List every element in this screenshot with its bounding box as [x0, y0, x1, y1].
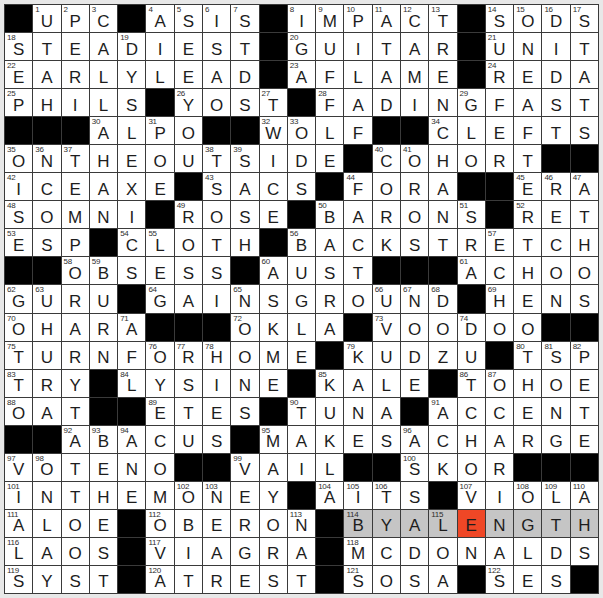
grid-cell[interactable]: 50B — [316, 201, 343, 228]
grid-cell[interactable]: D — [373, 89, 400, 116]
grid-cell[interactable]: I — [401, 89, 428, 116]
grid-cell[interactable]: F — [486, 89, 513, 116]
grid-cell[interactable]: K — [260, 314, 287, 341]
grid-cell[interactable]: A — [344, 89, 371, 116]
grid-cell[interactable]: 8I — [288, 5, 315, 32]
grid-cell[interactable]: U — [288, 257, 315, 284]
grid-cell[interactable]: M — [401, 61, 428, 88]
grid-cell[interactable]: O — [231, 342, 258, 369]
grid-cell[interactable]: E — [62, 33, 89, 60]
grid-cell[interactable]: D — [542, 538, 569, 565]
grid-cell[interactable]: E — [316, 145, 343, 172]
grid-cell[interactable]: 75T — [5, 342, 32, 369]
grid-cell[interactable]: S — [542, 566, 569, 593]
grid-cell[interactable]: 27T — [260, 89, 287, 116]
grid-cell[interactable]: M — [146, 482, 173, 509]
grid-cell[interactable]: S — [401, 482, 428, 509]
grid-cell[interactable]: T — [571, 398, 598, 425]
grid-cell[interactable]: Y — [260, 482, 287, 509]
grid-cell[interactable]: E — [90, 454, 117, 481]
grid-cell[interactable]: T — [571, 201, 598, 228]
grid-cell[interactable]: 61A — [458, 257, 485, 284]
grid-cell[interactable]: T — [90, 566, 117, 593]
grid-cell[interactable]: A — [33, 398, 60, 425]
grid-cell[interactable]: 58O — [62, 257, 89, 284]
grid-cell[interactable]: 70O — [5, 314, 32, 341]
grid-cell[interactable]: 28F — [316, 89, 343, 116]
grid-cell[interactable]: C — [429, 426, 456, 453]
grid-cell[interactable]: 104A — [316, 482, 343, 509]
grid-cell[interactable]: O — [401, 314, 428, 341]
grid-cell[interactable]: F — [118, 342, 145, 369]
grid-cell[interactable]: A — [344, 370, 371, 397]
grid-cell[interactable]: E — [175, 33, 202, 60]
grid-cell[interactable]: 53E — [5, 229, 32, 256]
grid-cell[interactable]: Y — [62, 370, 89, 397]
grid-cell[interactable]: S — [118, 257, 145, 284]
grid-cell[interactable]: 88O — [5, 398, 32, 425]
grid-cell[interactable]: A — [486, 538, 513, 565]
grid-cell[interactable]: 42I — [5, 173, 32, 200]
grid-cell[interactable]: S — [175, 257, 202, 284]
grid-cell[interactable]: 106T — [373, 482, 400, 509]
grid-cell[interactable]: L — [146, 61, 173, 88]
grid-cell[interactable]: I — [288, 454, 315, 481]
grid-cell[interactable]: L — [288, 314, 315, 341]
grid-cell[interactable]: H — [514, 370, 541, 397]
grid-cell[interactable]: E — [203, 510, 230, 537]
grid-cell[interactable]: S — [401, 229, 428, 256]
grid-cell[interactable]: A — [203, 61, 230, 88]
grid-cell[interactable]: A — [373, 61, 400, 88]
grid-cell[interactable]: I — [486, 482, 513, 509]
grid-cell[interactable]: 35O — [5, 145, 32, 172]
grid-cell[interactable]: 68D — [429, 285, 456, 312]
grid-cell[interactable]: L — [90, 89, 117, 116]
grid-cell[interactable]: 99V — [231, 454, 258, 481]
grid-cell[interactable]: 73V — [373, 314, 400, 341]
grid-cell[interactable]: 95M — [260, 426, 287, 453]
grid-cell[interactable]: S — [203, 33, 230, 60]
grid-cell[interactable]: 94A — [118, 426, 145, 453]
grid-cell[interactable]: E — [146, 257, 173, 284]
grid-cell[interactable]: N — [542, 398, 569, 425]
grid-cell[interactable]: 16D — [542, 5, 569, 32]
grid-cell[interactable]: T — [175, 398, 202, 425]
grid-cell[interactable]: O — [344, 285, 371, 312]
grid-cell[interactable]: Y — [118, 61, 145, 88]
grid-cell[interactable]: Z — [429, 342, 456, 369]
grid-cell[interactable]: A — [429, 566, 456, 593]
grid-cell[interactable]: 15O — [514, 5, 541, 32]
grid-cell[interactable]: N — [231, 370, 258, 397]
grid-cell[interactable]: 5S — [175, 5, 202, 32]
grid-cell[interactable]: S — [316, 257, 343, 284]
grid-cell[interactable]: A — [316, 314, 343, 341]
grid-cell[interactable]: 6I — [203, 5, 230, 32]
grid-cell[interactable]: U — [175, 426, 202, 453]
grid-cell[interactable]: G — [514, 510, 541, 537]
grid-cell[interactable]: E — [486, 117, 513, 144]
grid-cell[interactable]: S — [401, 566, 428, 593]
grid-cell[interactable]: 14S — [486, 5, 513, 32]
grid-cell[interactable]: 57E — [486, 229, 513, 256]
grid-cell[interactable]: N — [33, 482, 60, 509]
grid-cell[interactable]: T — [344, 257, 371, 284]
grid-cell[interactable]: R — [62, 61, 89, 88]
grid-cell[interactable]: 80T — [514, 342, 541, 369]
grid-cell[interactable]: F — [514, 117, 541, 144]
grid-cell[interactable]: 71A — [118, 314, 145, 341]
grid-cell[interactable]: R — [62, 285, 89, 312]
grid-cell[interactable]: E — [344, 426, 371, 453]
grid-cell[interactable]: O — [62, 538, 89, 565]
grid-cell[interactable]: E — [118, 482, 145, 509]
grid-cell[interactable]: 26Y — [175, 89, 202, 116]
grid-cell[interactable]: 107V — [458, 482, 485, 509]
grid-cell[interactable]: 10P — [344, 5, 371, 32]
grid-cell[interactable]: I — [118, 201, 145, 228]
grid-cell[interactable]: O — [373, 173, 400, 200]
grid-cell[interactable]: 82P — [571, 342, 598, 369]
grid-cell[interactable]: E — [401, 370, 428, 397]
grid-cell[interactable]: T — [429, 229, 456, 256]
grid-cell[interactable]: S — [33, 229, 60, 256]
grid-cell[interactable]: 45E — [514, 173, 541, 200]
grid-cell[interactable]: K — [316, 426, 343, 453]
grid-cell[interactable]: 55L — [146, 229, 173, 256]
grid-cell[interactable]: R — [486, 145, 513, 172]
grid-cell[interactable]: D — [231, 61, 258, 88]
grid-cell[interactable]: A — [33, 61, 60, 88]
grid-cell[interactable]: E — [203, 398, 230, 425]
grid-cell[interactable]: 74D — [458, 314, 485, 341]
grid-cell[interactable]: S — [231, 89, 258, 116]
grid-cell[interactable]: 29G — [458, 89, 485, 116]
grid-cell[interactable]: E — [231, 482, 258, 509]
grid-cell[interactable]: 44F — [344, 173, 371, 200]
grid-cell[interactable]: A — [316, 229, 343, 256]
grid-cell[interactable]: O — [514, 314, 541, 341]
grid-cell[interactable]: 7S — [231, 5, 258, 32]
grid-cell[interactable]: 100S — [401, 454, 428, 481]
grid-cell[interactable]: 111A — [5, 510, 32, 537]
grid-cell[interactable]: R — [429, 33, 456, 60]
grid-cell[interactable]: T — [175, 566, 202, 593]
grid-cell[interactable]: E — [231, 566, 258, 593]
grid-cell[interactable]: 47A — [571, 173, 598, 200]
grid-cell[interactable]: L — [316, 117, 343, 144]
grid-cell[interactable]: T — [33, 33, 60, 60]
grid-cell[interactable]: N — [90, 201, 117, 228]
grid-cell[interactable]: E — [118, 145, 145, 172]
grid-cell[interactable]: S — [90, 538, 117, 565]
grid-cell[interactable]: T — [542, 117, 569, 144]
grid-cell[interactable]: 2P — [62, 5, 89, 32]
grid-cell[interactable]: R — [373, 201, 400, 228]
grid-cell[interactable]: S — [203, 426, 230, 453]
grid-cell[interactable]: O — [429, 314, 456, 341]
grid-cell[interactable]: D — [401, 342, 428, 369]
grid-cell[interactable]: N — [514, 33, 541, 60]
grid-cell[interactable]: 108O — [514, 482, 541, 509]
grid-cell[interactable]: 4A — [146, 5, 173, 32]
grid-cell[interactable]: 93B — [90, 426, 117, 453]
grid-cell[interactable]: 21U — [486, 33, 513, 60]
grid-cell[interactable]: O — [401, 201, 428, 228]
grid-cell[interactable]: O — [203, 89, 230, 116]
grid-cell[interactable]: E — [514, 566, 541, 593]
grid-cell[interactable]: 19D — [118, 33, 145, 60]
grid-cell[interactable]: 46R — [542, 173, 569, 200]
grid-cell[interactable]: O — [542, 370, 569, 397]
grid-cell[interactable]: 65N — [231, 285, 258, 312]
grid-cell[interactable]: T — [542, 510, 569, 537]
grid-cell[interactable]: A — [373, 398, 400, 425]
grid-cell[interactable]: H — [90, 145, 117, 172]
grid-cell[interactable]: H — [571, 510, 598, 537]
grid-cell[interactable]: R — [231, 510, 258, 537]
grid-cell[interactable]: A — [90, 33, 117, 60]
grid-cell[interactable]: 59B — [90, 257, 117, 284]
grid-cell[interactable]: P — [62, 229, 89, 256]
grid-cell[interactable]: T — [514, 229, 541, 256]
grid-cell[interactable]: S — [571, 538, 598, 565]
grid-cell[interactable]: H — [231, 229, 258, 256]
grid-cell[interactable]: I — [146, 33, 173, 60]
grid-cell[interactable]: R — [486, 454, 513, 481]
grid-cell[interactable]: 39S — [231, 145, 258, 172]
grid-cell[interactable]: I — [203, 285, 230, 312]
grid-cell[interactable]: D — [542, 61, 569, 88]
grid-cell[interactable]: O — [33, 201, 60, 228]
grid-cell[interactable]: S — [373, 426, 400, 453]
grid-cell[interactable]: 91A — [429, 398, 456, 425]
grid-cell[interactable]: T — [62, 482, 89, 509]
grid-cell[interactable]: 69H — [486, 285, 513, 312]
grid-cell[interactable]: B — [175, 510, 202, 537]
grid-cell[interactable]: C — [542, 229, 569, 256]
grid-cell[interactable]: E — [514, 398, 541, 425]
grid-cell[interactable]: T — [62, 454, 89, 481]
grid-cell[interactable]: 30A — [90, 117, 117, 144]
grid-cell[interactable]: 67N — [401, 285, 428, 312]
grid-cell[interactable]: 109L — [542, 482, 569, 509]
grid-cell[interactable]: A — [231, 173, 258, 200]
grid-cell[interactable]: N — [486, 510, 513, 537]
grid-cell[interactable]: 101I — [5, 482, 32, 509]
grid-cell[interactable]: I — [344, 33, 371, 60]
grid-cell[interactable]: H — [90, 482, 117, 509]
grid-cell[interactable]: F — [344, 117, 371, 144]
highlighted-cell[interactable]: E — [458, 510, 485, 537]
grid-cell[interactable]: 64G — [146, 285, 173, 312]
grid-cell[interactable]: M — [62, 201, 89, 228]
grid-cell[interactable]: S — [62, 566, 89, 593]
grid-cell[interactable]: L — [344, 61, 371, 88]
grid-cell[interactable]: O — [429, 538, 456, 565]
grid-cell[interactable]: 48S — [5, 201, 32, 228]
grid-cell[interactable]: 120A — [146, 566, 173, 593]
grid-cell[interactable]: R — [514, 426, 541, 453]
grid-cell[interactable]: 3C — [90, 5, 117, 32]
grid-cell[interactable]: 62G — [5, 285, 32, 312]
grid-cell[interactable]: N — [118, 454, 145, 481]
grid-cell[interactable]: U — [316, 398, 343, 425]
grid-cell[interactable]: A — [288, 426, 315, 453]
grid-cell[interactable]: U — [458, 342, 485, 369]
grid-cell[interactable]: 60A — [260, 257, 287, 284]
grid-cell[interactable]: I — [542, 33, 569, 60]
grid-cell[interactable]: 92A — [62, 426, 89, 453]
grid-cell[interactable]: 49R — [175, 201, 202, 228]
grid-cell[interactable]: H — [514, 257, 541, 284]
grid-cell[interactable]: E — [542, 201, 569, 228]
grid-cell[interactable]: S — [571, 285, 598, 312]
grid-cell[interactable]: A — [401, 33, 428, 60]
grid-cell[interactable]: O — [373, 566, 400, 593]
grid-cell[interactable]: I — [175, 538, 202, 565]
grid-cell[interactable]: C — [373, 538, 400, 565]
grid-cell[interactable]: R — [62, 342, 89, 369]
grid-cell[interactable]: C — [458, 398, 485, 425]
grid-cell[interactable]: C — [146, 426, 173, 453]
grid-cell[interactable]: 76O — [146, 342, 173, 369]
grid-cell[interactable]: E — [514, 61, 541, 88]
grid-cell[interactable]: U — [175, 145, 202, 172]
grid-cell[interactable]: 24R — [486, 61, 513, 88]
grid-cell[interactable]: 117V — [146, 538, 173, 565]
grid-cell[interactable]: 110A — [571, 482, 598, 509]
grid-cell[interactable]: 32W — [260, 117, 287, 144]
grid-cell[interactable]: 56B — [288, 229, 315, 256]
grid-cell[interactable]: 112O — [146, 510, 173, 537]
grid-cell[interactable]: T — [288, 566, 315, 593]
grid-cell[interactable]: A — [203, 538, 230, 565]
grid-cell[interactable]: T — [231, 33, 258, 60]
grid-cell[interactable]: 37T — [62, 145, 89, 172]
grid-cell[interactable]: 17S — [571, 5, 598, 32]
grid-cell[interactable]: 38T — [203, 145, 230, 172]
grid-cell[interactable]: 72O — [231, 314, 258, 341]
grid-cell[interactable]: A — [62, 314, 89, 341]
grid-cell[interactable]: E — [260, 201, 287, 228]
grid-cell[interactable]: 22E — [5, 61, 32, 88]
grid-cell[interactable]: A — [90, 173, 117, 200]
grid-cell[interactable]: 31P — [146, 117, 173, 144]
grid-cell[interactable]: I — [62, 89, 89, 116]
grid-cell[interactable]: S — [260, 285, 287, 312]
grid-cell[interactable]: N — [458, 538, 485, 565]
grid-cell[interactable]: A — [344, 201, 371, 228]
grid-cell[interactable]: A — [486, 426, 513, 453]
grid-cell[interactable]: C — [486, 398, 513, 425]
grid-cell[interactable]: A — [514, 89, 541, 116]
grid-cell[interactable]: 1U — [33, 5, 60, 32]
grid-cell[interactable]: U — [373, 342, 400, 369]
grid-cell[interactable]: 54C — [118, 229, 145, 256]
grid-cell[interactable]: A — [571, 61, 598, 88]
grid-cell[interactable]: S — [175, 370, 202, 397]
grid-cell[interactable]: 63U — [33, 285, 60, 312]
grid-cell[interactable]: O — [571, 257, 598, 284]
grid-cell[interactable]: T — [62, 398, 89, 425]
grid-cell[interactable]: G — [231, 538, 258, 565]
grid-cell[interactable]: U — [90, 285, 117, 312]
grid-cell[interactable]: 40C — [373, 145, 400, 172]
grid-cell[interactable]: 87O — [486, 370, 513, 397]
grid-cell[interactable]: T — [571, 89, 598, 116]
grid-cell[interactable]: 114B — [344, 510, 371, 537]
grid-cell[interactable]: 33O — [288, 117, 315, 144]
grid-cell[interactable]: 43S — [203, 173, 230, 200]
grid-cell[interactable]: S — [118, 89, 145, 116]
grid-cell[interactable]: O — [62, 510, 89, 537]
grid-cell[interactable]: H — [571, 229, 598, 256]
grid-cell[interactable]: O — [458, 454, 485, 481]
grid-cell[interactable]: Y — [373, 510, 400, 537]
grid-cell[interactable]: N — [429, 89, 456, 116]
grid-cell[interactable]: R — [203, 566, 230, 593]
grid-cell[interactable]: E — [514, 285, 541, 312]
grid-cell[interactable]: H — [458, 426, 485, 453]
grid-cell[interactable]: S — [288, 173, 315, 200]
grid-cell[interactable]: 25P — [5, 89, 32, 116]
grid-cell[interactable]: E — [62, 173, 89, 200]
grid-cell[interactable]: N — [90, 342, 117, 369]
grid-cell[interactable]: 52R — [514, 201, 541, 228]
grid-cell[interactable]: 90T — [288, 398, 315, 425]
grid-cell[interactable]: S — [260, 566, 287, 593]
grid-cell[interactable]: O — [458, 145, 485, 172]
grid-cell[interactable]: R — [90, 314, 117, 341]
grid-cell[interactable]: U — [33, 342, 60, 369]
grid-cell[interactable]: O — [146, 454, 173, 481]
grid-cell[interactable]: 81S — [542, 342, 569, 369]
grid-cell[interactable]: O — [175, 229, 202, 256]
grid-cell[interactable]: E — [288, 342, 315, 369]
grid-cell[interactable]: L — [316, 454, 343, 481]
grid-cell[interactable]: T — [514, 145, 541, 172]
grid-cell[interactable]: 18S — [5, 33, 32, 60]
grid-cell[interactable]: A — [260, 454, 287, 481]
grid-cell[interactable]: L — [373, 370, 400, 397]
grid-cell[interactable]: 23A — [288, 61, 315, 88]
grid-cell[interactable]: 119S — [5, 566, 32, 593]
grid-cell[interactable]: G — [288, 285, 315, 312]
grid-cell[interactable]: R — [316, 285, 343, 312]
grid-cell[interactable]: T — [373, 33, 400, 60]
grid-cell[interactable]: S — [571, 117, 598, 144]
grid-cell[interactable]: O — [486, 314, 513, 341]
grid-cell[interactable]: U — [316, 33, 343, 60]
grid-cell[interactable]: Y — [146, 370, 173, 397]
grid-cell[interactable]: 79K — [344, 342, 371, 369]
grid-cell[interactable]: S — [231, 201, 258, 228]
grid-cell[interactable]: G — [542, 426, 569, 453]
grid-cell[interactable]: E — [571, 370, 598, 397]
grid-cell[interactable]: O — [203, 201, 230, 228]
grid-cell[interactable]: M — [260, 342, 287, 369]
grid-cell[interactable]: 89E — [146, 398, 173, 425]
grid-cell[interactable]: R — [458, 229, 485, 256]
grid-cell[interactable]: E — [90, 510, 117, 537]
grid-cell[interactable]: C — [33, 173, 60, 200]
grid-cell[interactable]: 96A — [401, 426, 428, 453]
grid-cell[interactable]: E — [571, 426, 598, 453]
grid-cell[interactable]: X — [118, 173, 145, 200]
grid-cell[interactable]: 66U — [373, 285, 400, 312]
